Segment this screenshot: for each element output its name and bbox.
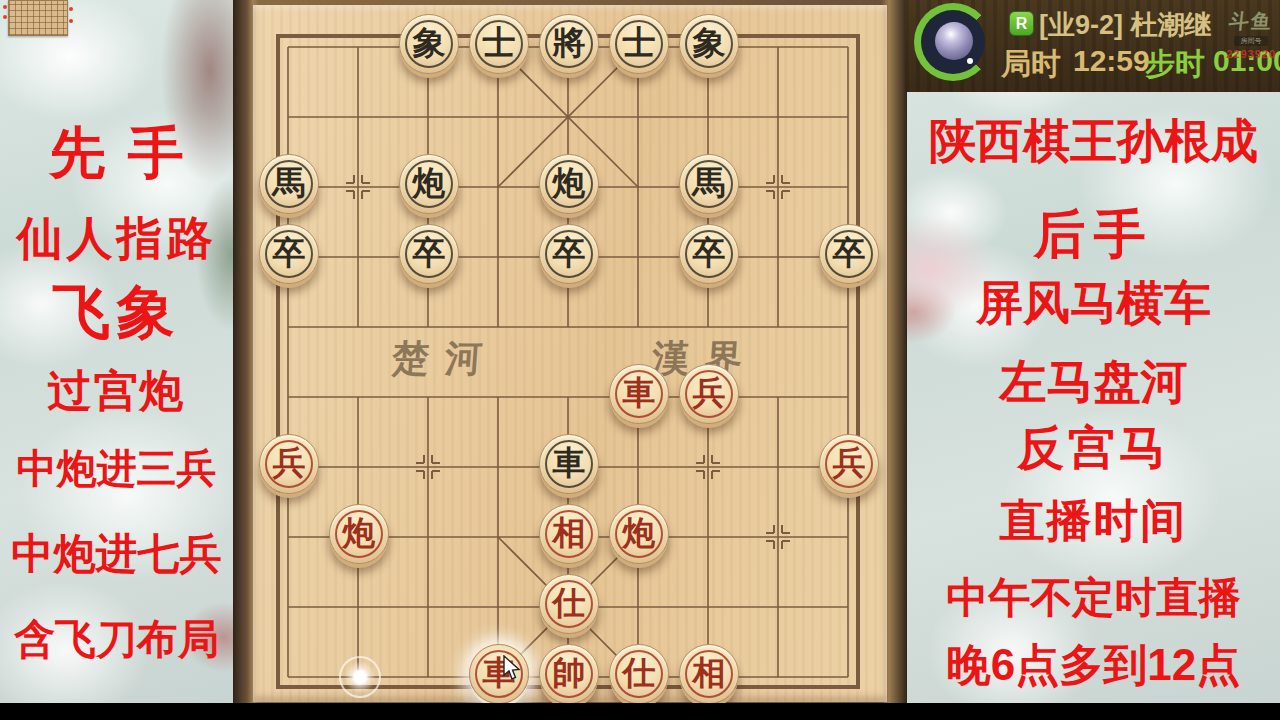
left-line-opening1: 仙人指路 — [0, 208, 233, 270]
piece-glyph: 卒 — [693, 237, 726, 270]
left-line-opening3: 过宫炮 — [0, 362, 233, 421]
piece-black-卒-f5r3[interactable]: 卒 — [539, 224, 599, 284]
piece-red-仕-f6r9[interactable]: 仕 — [609, 644, 669, 704]
piece-glyph: 炮 — [623, 517, 656, 550]
avatar-dot — [967, 58, 973, 64]
piece-black-象-f7r0[interactable]: 象 — [679, 14, 739, 74]
player-info-bar: R [业9-2] 杜潮继 局时 12:59 步时 01:00 斗鱼 房间号 22… — [905, 0, 1280, 92]
left-line-opening4: 中炮进三兵 — [0, 441, 233, 496]
piece-glyph: 炮 — [413, 167, 446, 200]
piece-glyph: 馬 — [693, 167, 726, 200]
piece-red-相-f7r9[interactable]: 相 — [679, 644, 739, 704]
player-name: [业9-2] 杜潮继 — [1039, 7, 1212, 43]
piece-glyph: 馬 — [273, 167, 306, 200]
douyu-room-id: 2293920 — [1226, 48, 1276, 60]
piece-glyph: 帥 — [553, 657, 586, 690]
piece-glyph: 將 — [553, 27, 586, 60]
right-line-schedule2: 晚6点多到12点 — [907, 636, 1280, 695]
piece-red-炮-f2r7[interactable]: 炮 — [329, 504, 389, 564]
piece-red-車-f6r5[interactable]: 車 — [609, 364, 669, 424]
douyu-logo: 斗鱼 — [1225, 8, 1278, 35]
piece-black-炮-f5r2[interactable]: 炮 — [539, 154, 599, 214]
piece-glyph: 兵 — [833, 447, 866, 480]
piece-black-卒-f9r3[interactable]: 卒 — [819, 224, 879, 284]
piece-glyph: 仕 — [623, 657, 656, 690]
piece-black-車-f5r6[interactable]: 車 — [539, 434, 599, 494]
piece-red-帥-f5r9[interactable]: 帥 — [539, 644, 599, 704]
right-line-opening3: 反宫马 — [907, 417, 1280, 480]
game-time-label: 局时 — [1001, 44, 1061, 85]
piece-red-兵-f9r6[interactable]: 兵 — [819, 434, 879, 494]
left-line-xianshou: 先手 — [0, 116, 233, 192]
left-line-opening2: 飞象 — [0, 274, 233, 352]
piece-glyph: 炮 — [553, 167, 586, 200]
piece-black-卒-f3r3[interactable]: 卒 — [399, 224, 459, 284]
piece-glyph: 卒 — [553, 237, 586, 270]
piece-red-炮-f6r7[interactable]: 炮 — [609, 504, 669, 564]
right-line-title: 陕西棋王孙根成 — [907, 110, 1280, 173]
piece-glyph: 象 — [693, 27, 726, 60]
avatar-sphere-image — [935, 22, 973, 60]
right-line-schedule1: 中午不定时直播 — [907, 570, 1280, 626]
last-move-hint-dot — [339, 656, 381, 698]
piece-glyph: 士 — [623, 27, 656, 60]
piece-glyph: 相 — [553, 517, 586, 550]
piece-black-馬-f7r2[interactable]: 馬 — [679, 154, 739, 214]
piece-black-卒-f7r3[interactable]: 卒 — [679, 224, 739, 284]
piece-red-相-f5r7[interactable]: 相 — [539, 504, 599, 564]
douyu-sub-label: 房间号 — [1234, 36, 1268, 46]
mouse-cursor-icon — [500, 655, 524, 681]
piece-black-士-f4r0[interactable]: 士 — [469, 14, 529, 74]
piece-glyph: 炮 — [343, 517, 376, 550]
avatar-timer-ring — [914, 3, 992, 81]
river-label-chu: 楚河 — [365, 334, 508, 384]
piece-glyph: 卒 — [833, 237, 866, 270]
game-time-value: 12:59 — [1073, 44, 1150, 78]
piece-red-兵-f7r5[interactable]: 兵 — [679, 364, 739, 424]
left-line-opening6: 含飞刀布局 — [0, 612, 233, 667]
right-line-houshou: 后手 — [907, 200, 1280, 270]
piece-black-將-f5r0[interactable]: 將 — [539, 14, 599, 74]
piece-glyph: 象 — [413, 27, 446, 60]
corner-thumbnail — [8, 0, 68, 36]
right-info-panel: 陕西棋王孙根成 后手 屏风马横车 左马盘河 反宫马 直播时间 中午不定时直播 晚… — [907, 0, 1280, 708]
douyu-watermark: 斗鱼 房间号 2293920 — [1226, 8, 1276, 60]
move-time-label: 步时 — [1145, 44, 1205, 85]
left-info-panel: 先手 仙人指路 飞象 过宫炮 中炮进三兵 中炮进七兵 含飞刀布局 — [0, 0, 233, 708]
piece-black-士-f6r0[interactable]: 士 — [609, 14, 669, 74]
piece-glyph: 相 — [693, 657, 726, 690]
piece-red-兵-f1r6[interactable]: 兵 — [259, 434, 319, 494]
right-line-schedule-title: 直播时间 — [907, 491, 1280, 551]
piece-glyph: 卒 — [273, 237, 306, 270]
piece-black-象-f3r0[interactable]: 象 — [399, 14, 459, 74]
left-line-opening5: 中炮进七兵 — [0, 526, 233, 582]
rank-badge-icon: R — [1009, 11, 1034, 36]
avatar[interactable] — [921, 10, 985, 74]
piece-glyph: 兵 — [693, 377, 726, 410]
piece-glyph: 士 — [483, 27, 516, 60]
right-line-opening1: 屏风马横车 — [907, 272, 1280, 335]
letterbox-bar — [0, 703, 1280, 720]
piece-glyph: 車 — [553, 447, 586, 480]
piece-glyph: 車 — [623, 377, 656, 410]
piece-red-仕-f5r8[interactable]: 仕 — [539, 574, 599, 634]
piece-black-炮-f3r2[interactable]: 炮 — [399, 154, 459, 214]
right-line-opening2: 左马盘河 — [907, 351, 1280, 414]
piece-glyph: 卒 — [413, 237, 446, 270]
stream-frame: 先手 仙人指路 飞象 过宫炮 中炮进三兵 中炮进七兵 含飞刀布局 楚河 漢界 象… — [0, 0, 1280, 720]
piece-glyph: 仕 — [553, 587, 586, 620]
piece-black-馬-f1r2[interactable]: 馬 — [259, 154, 319, 214]
piece-black-卒-f1r3[interactable]: 卒 — [259, 224, 319, 284]
piece-glyph: 兵 — [273, 447, 306, 480]
